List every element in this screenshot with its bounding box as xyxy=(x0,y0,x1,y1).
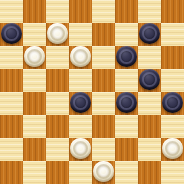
square-c7[interactable] xyxy=(46,23,69,46)
square-h5[interactable] xyxy=(161,69,184,92)
square-e4[interactable] xyxy=(92,92,115,115)
square-d8[interactable] xyxy=(69,0,92,23)
black-man-piece[interactable] xyxy=(116,92,137,113)
white-man-piece[interactable] xyxy=(162,138,183,159)
square-f5[interactable] xyxy=(115,69,138,92)
square-f8[interactable] xyxy=(115,0,138,23)
square-b3[interactable] xyxy=(23,115,46,138)
square-h3[interactable] xyxy=(161,115,184,138)
square-e1[interactable] xyxy=(92,161,115,184)
white-man-piece[interactable] xyxy=(70,138,91,159)
square-g1[interactable] xyxy=(138,161,161,184)
square-f7[interactable] xyxy=(115,23,138,46)
square-f1[interactable] xyxy=(115,161,138,184)
square-c3[interactable] xyxy=(46,115,69,138)
square-b6[interactable] xyxy=(23,46,46,69)
square-d5[interactable] xyxy=(69,69,92,92)
square-d7[interactable] xyxy=(69,23,92,46)
white-man-piece[interactable] xyxy=(93,161,114,182)
square-a8[interactable] xyxy=(0,0,23,23)
square-c2[interactable] xyxy=(46,138,69,161)
square-b7[interactable] xyxy=(23,23,46,46)
square-h2[interactable] xyxy=(161,138,184,161)
square-g3[interactable] xyxy=(138,115,161,138)
checkers-board xyxy=(0,0,184,184)
square-g4[interactable] xyxy=(138,92,161,115)
square-g7[interactable] xyxy=(138,23,161,46)
black-man-piece[interactable] xyxy=(116,46,137,67)
square-a2[interactable] xyxy=(0,138,23,161)
square-e2[interactable] xyxy=(92,138,115,161)
square-e6[interactable] xyxy=(92,46,115,69)
square-f4[interactable] xyxy=(115,92,138,115)
white-man-piece[interactable] xyxy=(24,46,45,67)
square-c6[interactable] xyxy=(46,46,69,69)
square-c4[interactable] xyxy=(46,92,69,115)
square-b2[interactable] xyxy=(23,138,46,161)
square-f3[interactable] xyxy=(115,115,138,138)
square-f6[interactable] xyxy=(115,46,138,69)
square-a3[interactable] xyxy=(0,115,23,138)
square-f2[interactable] xyxy=(115,138,138,161)
square-h4[interactable] xyxy=(161,92,184,115)
square-b5[interactable] xyxy=(23,69,46,92)
square-c1[interactable] xyxy=(46,161,69,184)
square-d2[interactable] xyxy=(69,138,92,161)
square-d4[interactable] xyxy=(69,92,92,115)
square-h6[interactable] xyxy=(161,46,184,69)
square-b4[interactable] xyxy=(23,92,46,115)
square-a5[interactable] xyxy=(0,69,23,92)
black-man-piece[interactable] xyxy=(70,92,91,113)
black-man-piece[interactable] xyxy=(1,23,22,44)
square-g6[interactable] xyxy=(138,46,161,69)
square-d6[interactable] xyxy=(69,46,92,69)
square-c8[interactable] xyxy=(46,0,69,23)
square-e8[interactable] xyxy=(92,0,115,23)
square-h1[interactable] xyxy=(161,161,184,184)
square-e3[interactable] xyxy=(92,115,115,138)
square-a6[interactable] xyxy=(0,46,23,69)
square-b1[interactable] xyxy=(23,161,46,184)
square-d3[interactable] xyxy=(69,115,92,138)
square-a4[interactable] xyxy=(0,92,23,115)
white-man-piece[interactable] xyxy=(70,46,91,67)
black-man-piece[interactable] xyxy=(139,23,160,44)
square-g8[interactable] xyxy=(138,0,161,23)
square-h7[interactable] xyxy=(161,23,184,46)
white-man-piece[interactable] xyxy=(47,23,68,44)
square-g2[interactable] xyxy=(138,138,161,161)
black-man-piece[interactable] xyxy=(162,92,183,113)
square-e7[interactable] xyxy=(92,23,115,46)
square-d1[interactable] xyxy=(69,161,92,184)
black-man-piece[interactable] xyxy=(139,69,160,90)
square-g5[interactable] xyxy=(138,69,161,92)
square-c5[interactable] xyxy=(46,69,69,92)
square-e5[interactable] xyxy=(92,69,115,92)
square-h8[interactable] xyxy=(161,0,184,23)
square-b8[interactable] xyxy=(23,0,46,23)
square-a1[interactable] xyxy=(0,161,23,184)
square-a7[interactable] xyxy=(0,23,23,46)
